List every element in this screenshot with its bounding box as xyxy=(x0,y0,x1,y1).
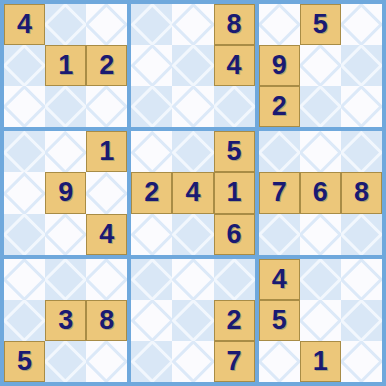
cell-r2c2: 1 xyxy=(45,45,86,86)
cell-r6c9[interactable] xyxy=(341,214,382,255)
cell-r7c1[interactable] xyxy=(4,259,45,300)
cell-r3c3[interactable] xyxy=(86,86,127,127)
cell-r1c4[interactable] xyxy=(131,4,172,45)
cell-r6c8[interactable] xyxy=(300,214,341,255)
sudoku-box-2: 84 xyxy=(131,4,254,127)
cell-r2c1[interactable] xyxy=(4,45,45,86)
cell-r7c8[interactable] xyxy=(300,259,341,300)
cell-r8c8[interactable] xyxy=(300,300,341,341)
cell-r8c6: 2 xyxy=(214,300,255,341)
cell-r3c6[interactable] xyxy=(214,86,255,127)
cell-r5c4: 2 xyxy=(131,172,172,213)
sudoku-box-8: 27 xyxy=(131,259,254,382)
cell-r3c9[interactable] xyxy=(341,86,382,127)
cell-r3c8[interactable] xyxy=(300,86,341,127)
cell-r4c8[interactable] xyxy=(300,131,341,172)
cell-r5c8: 6 xyxy=(300,172,341,213)
cell-r3c2[interactable] xyxy=(45,86,86,127)
cell-r3c1[interactable] xyxy=(4,86,45,127)
cell-r7c4[interactable] xyxy=(131,259,172,300)
cell-r4c7[interactable] xyxy=(259,131,300,172)
cell-r8c9[interactable] xyxy=(341,300,382,341)
cell-r3c5[interactable] xyxy=(172,86,213,127)
cell-r6c1[interactable] xyxy=(4,214,45,255)
cell-r6c7[interactable] xyxy=(259,214,300,255)
cell-r7c2[interactable] xyxy=(45,259,86,300)
cell-r9c9[interactable] xyxy=(341,341,382,382)
cell-r1c7[interactable] xyxy=(259,4,300,45)
sudoku-box-5: 52416 xyxy=(131,131,254,254)
cell-r1c5[interactable] xyxy=(172,4,213,45)
cell-r2c4[interactable] xyxy=(131,45,172,86)
cell-r5c2: 9 xyxy=(45,172,86,213)
cell-r7c3[interactable] xyxy=(86,259,127,300)
cell-r9c3[interactable] xyxy=(86,341,127,382)
cell-r9c8: 1 xyxy=(300,341,341,382)
cell-r2c7: 9 xyxy=(259,45,300,86)
cell-r7c7: 4 xyxy=(259,259,300,300)
cell-r2c5[interactable] xyxy=(172,45,213,86)
cell-r6c3: 4 xyxy=(86,214,127,255)
sudoku-box-3: 592 xyxy=(259,4,382,127)
sudoku-box-9: 451 xyxy=(259,259,382,382)
cell-r4c9[interactable] xyxy=(341,131,382,172)
cell-r5c5: 4 xyxy=(172,172,213,213)
cell-r6c5[interactable] xyxy=(172,214,213,255)
cell-r9c1: 5 xyxy=(4,341,45,382)
cell-r7c6[interactable] xyxy=(214,259,255,300)
sudoku-box-4: 194 xyxy=(4,131,127,254)
cell-r6c6: 6 xyxy=(214,214,255,255)
cell-r5c9: 8 xyxy=(341,172,382,213)
cell-r1c9[interactable] xyxy=(341,4,382,45)
sudoku-box-6: 768 xyxy=(259,131,382,254)
cell-r5c6: 1 xyxy=(214,172,255,213)
cell-r5c3[interactable] xyxy=(86,172,127,213)
cell-r4c5[interactable] xyxy=(172,131,213,172)
cell-r4c4[interactable] xyxy=(131,131,172,172)
cell-r1c2[interactable] xyxy=(45,4,86,45)
cell-r6c2[interactable] xyxy=(45,214,86,255)
cell-r7c5[interactable] xyxy=(172,259,213,300)
cell-r8c4[interactable] xyxy=(131,300,172,341)
cell-r9c6: 7 xyxy=(214,341,255,382)
cell-r1c8: 5 xyxy=(300,4,341,45)
cell-r2c3: 2 xyxy=(86,45,127,86)
cell-r9c4[interactable] xyxy=(131,341,172,382)
cell-r8c2: 3 xyxy=(45,300,86,341)
cell-r1c1: 4 xyxy=(4,4,45,45)
cell-r4c6: 5 xyxy=(214,131,255,172)
cell-r4c2[interactable] xyxy=(45,131,86,172)
cell-r3c7: 2 xyxy=(259,86,300,127)
cell-r8c7: 5 xyxy=(259,300,300,341)
cell-r5c7: 7 xyxy=(259,172,300,213)
cell-r2c9[interactable] xyxy=(341,45,382,86)
cell-r2c8[interactable] xyxy=(300,45,341,86)
cell-r8c5[interactable] xyxy=(172,300,213,341)
cell-r8c1[interactable] xyxy=(4,300,45,341)
cell-r4c3: 1 xyxy=(86,131,127,172)
cell-r1c6: 8 xyxy=(214,4,255,45)
cell-r5c1[interactable] xyxy=(4,172,45,213)
cell-r2c6: 4 xyxy=(214,45,255,86)
sudoku-box-7: 385 xyxy=(4,259,127,382)
cell-r7c9[interactable] xyxy=(341,259,382,300)
cell-r3c4[interactable] xyxy=(131,86,172,127)
cell-r8c3: 8 xyxy=(86,300,127,341)
cell-r4c1[interactable] xyxy=(4,131,45,172)
cell-r6c4[interactable] xyxy=(131,214,172,255)
cell-r9c2[interactable] xyxy=(45,341,86,382)
cell-r9c7[interactable] xyxy=(259,341,300,382)
cell-r1c3[interactable] xyxy=(86,4,127,45)
cell-r9c5[interactable] xyxy=(172,341,213,382)
sudoku-box-1: 412 xyxy=(4,4,127,127)
sudoku-board: 412 84 592 194 52416 768 385 27 451 xyxy=(0,0,386,386)
